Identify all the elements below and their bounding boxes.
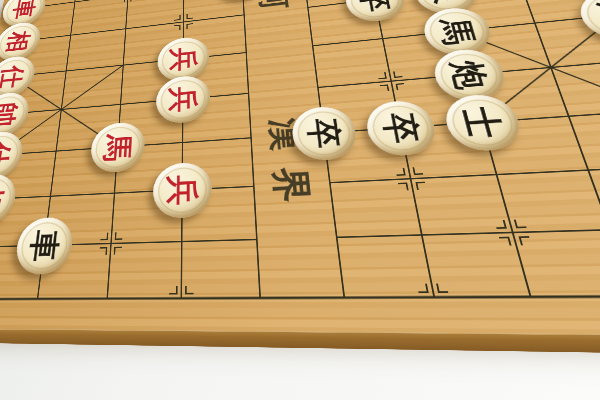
piece-character: 馬 (436, 16, 479, 45)
piece-character: 相 (4, 30, 32, 54)
piece-character: 士 (458, 105, 506, 139)
piece-character: 卒 (305, 117, 344, 149)
piece-character: 象 (426, 0, 467, 5)
piece-character: 馬 (592, 0, 600, 30)
board-face[interactable]: 楚河漢界 炮兵象炮炮車兵馬卒將相卒象卒仕兵馬馬帥兵炮仕馬卒卒士相兵車 (0, 0, 600, 336)
piece-character: 兵 (169, 46, 198, 73)
piece-character: 相 (0, 184, 6, 214)
river-text-3: 界 (267, 166, 316, 204)
piece-black-horse[interactable]: 馬 (573, 0, 600, 43)
xiangqi-photo-scene: 楚河漢界 炮兵象炮炮車兵馬卒將相卒象卒仕兵馬馬帥兵炮仕馬卒卒士相兵車 (0, 0, 600, 400)
piece-character: 兵 (168, 85, 198, 113)
piece-character: 炮 (447, 59, 492, 90)
board-grid-svg: 楚河漢界 (0, 0, 600, 336)
piece-character: 馬 (102, 132, 134, 161)
piece-character: 卒 (357, 0, 394, 13)
piece-character: 仕 (0, 141, 13, 169)
piece-black-advisor[interactable]: 士 (441, 93, 527, 153)
piece-black-soldier[interactable]: 卒 (290, 105, 359, 162)
piece-black-cannon[interactable]: 炮 (430, 47, 511, 103)
piece-black-soldier[interactable]: 卒 (363, 99, 440, 157)
piece-character: 仕 (0, 64, 26, 89)
piece-character: 兵 (166, 174, 199, 206)
piece-red-soldier[interactable]: 兵 (152, 161, 212, 218)
xiangqi-board: 楚河漢界 炮兵象炮炮車兵馬卒將相卒象卒仕兵馬馬帥兵炮仕馬卒卒士相兵車 (0, 0, 600, 400)
piece-character: 車 (10, 0, 37, 20)
river-text-1: 河 (255, 0, 295, 12)
piece-character: 卒 (379, 111, 422, 144)
piece-character: 帥 (0, 101, 20, 127)
river-text-2: 漢 (264, 116, 311, 152)
piece-character: 車 (27, 229, 61, 262)
